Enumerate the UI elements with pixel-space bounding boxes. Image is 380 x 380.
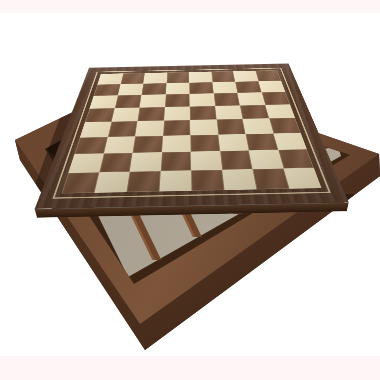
chess-board <box>65 0 314 245</box>
square-b8 <box>120 73 145 84</box>
chess-board-tilt <box>35 64 349 209</box>
square-f4 <box>216 119 245 135</box>
square-a2 <box>68 153 103 172</box>
square-e6 <box>189 93 214 106</box>
square-d1 <box>159 170 192 191</box>
square-d3 <box>162 135 191 152</box>
square-h7 <box>258 81 285 93</box>
square-c3 <box>133 136 163 153</box>
square-d6 <box>165 94 190 107</box>
square-a8 <box>97 73 123 84</box>
square-e8 <box>189 72 212 83</box>
square-h3 <box>273 133 307 150</box>
square-f2 <box>220 150 253 169</box>
square-c6 <box>140 94 166 107</box>
square-e2 <box>191 151 222 170</box>
square-f1 <box>222 169 257 190</box>
square-f8 <box>211 71 235 82</box>
square-c7 <box>142 83 167 95</box>
square-g1 <box>252 168 289 189</box>
square-d5 <box>164 106 190 120</box>
square-a3 <box>74 137 107 154</box>
square-h1 <box>283 168 321 189</box>
square-e3 <box>190 134 219 151</box>
square-g8 <box>233 71 258 82</box>
square-d7 <box>165 82 189 94</box>
square-a4 <box>80 122 111 138</box>
square-g6 <box>237 92 265 105</box>
square-b1 <box>94 171 130 192</box>
square-h6 <box>261 92 290 105</box>
square-b4 <box>108 121 138 137</box>
square-h2 <box>278 149 314 168</box>
square-c4 <box>135 121 164 137</box>
square-h5 <box>265 104 295 118</box>
square-f7 <box>212 82 237 94</box>
square-a7 <box>94 84 121 96</box>
square-a5 <box>85 108 115 122</box>
square-a1 <box>61 172 99 193</box>
square-b2 <box>99 153 133 172</box>
square-c5 <box>137 107 164 121</box>
square-c8 <box>143 72 167 83</box>
square-h4 <box>269 118 301 133</box>
square-f5 <box>215 105 243 119</box>
square-f3 <box>218 134 249 151</box>
board-playing-field <box>61 70 321 193</box>
square-g2 <box>249 150 283 169</box>
square-f6 <box>213 93 239 106</box>
square-d2 <box>160 152 191 171</box>
square-c2 <box>130 152 162 171</box>
square-e4 <box>190 119 218 135</box>
square-b7 <box>118 83 144 95</box>
square-b5 <box>111 107 139 121</box>
square-b3 <box>103 136 135 153</box>
square-e7 <box>189 82 213 94</box>
square-e5 <box>190 106 217 120</box>
chess-board-top-face <box>35 64 349 209</box>
square-c1 <box>126 171 160 192</box>
product-photo-scene <box>0 0 380 380</box>
square-g4 <box>243 118 274 134</box>
square-d4 <box>163 120 191 136</box>
square-g7 <box>235 81 261 93</box>
square-g5 <box>240 105 269 119</box>
square-h8 <box>255 70 281 81</box>
square-g3 <box>245 133 277 150</box>
square-a6 <box>89 95 117 108</box>
square-e1 <box>191 169 224 190</box>
square-d8 <box>166 72 189 83</box>
square-b6 <box>115 95 142 108</box>
